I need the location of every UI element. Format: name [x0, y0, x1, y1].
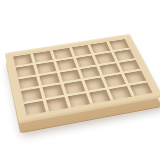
compartment-r1c5: [91, 42, 111, 53]
compartment-r4c6: [124, 71, 146, 84]
compartment-r3c1: [18, 76, 38, 89]
compartment-r5c5: [109, 86, 131, 100]
compartment-r3c5: [99, 63, 120, 75]
tray-scene: [0, 0, 160, 160]
compartment-r1c3: [52, 48, 72, 59]
compartment-r2c2: [36, 62, 56, 74]
compartment-r1c4: [72, 45, 92, 56]
compartment-r3c3: [60, 69, 81, 82]
compartment-r5c6: [130, 83, 153, 96]
compartment-r5c2: [46, 97, 68, 111]
compartment-r1c1: [13, 54, 32, 66]
compartment-r2c4: [76, 55, 96, 67]
product-photo: [0, 0, 160, 160]
compartment-r1c2: [33, 51, 52, 63]
compartment-r3c4: [80, 66, 101, 78]
compartment-r2c6: [114, 49, 135, 60]
compartment-r4c2: [42, 85, 63, 99]
compartment-r4c5: [104, 74, 126, 87]
compartment-r2c3: [56, 58, 76, 70]
compartment-r3c6: [119, 60, 140, 72]
compartment-r3c2: [39, 73, 60, 86]
compartment-r4c4: [84, 78, 106, 91]
compartment-r1c6: [109, 39, 129, 50]
compartment-r2c5: [95, 52, 115, 64]
compartment-r5c4: [89, 90, 111, 104]
compartment-r5c1: [24, 101, 46, 116]
compartment-r4c1: [21, 88, 42, 102]
compartment-r5c3: [67, 93, 89, 107]
compartment-r4c3: [63, 81, 84, 94]
compartment-r2c1: [16, 65, 36, 77]
